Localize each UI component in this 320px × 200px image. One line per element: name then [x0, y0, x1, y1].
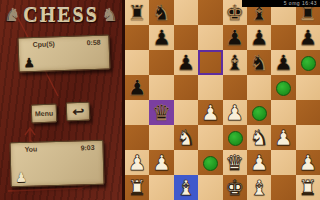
piece-black-pawn: ♟	[274, 51, 293, 75]
piece-black-pawn: ♟	[128, 76, 147, 100]
square-g7[interactable]	[271, 25, 295, 50]
square-b5[interactable]	[149, 75, 173, 100]
cpu-player-panel: Cpu(5) 0:58 ♟	[17, 34, 110, 72]
square-a8[interactable]: ♜	[125, 0, 149, 25]
piece-black-bishop: ♝	[225, 51, 244, 75]
square-f5[interactable]	[247, 75, 271, 100]
square-d3[interactable]	[198, 125, 222, 150]
square-a5[interactable]: ♟	[125, 75, 149, 100]
square-f3[interactable]: ♞	[247, 125, 271, 150]
knight-right-icon: ♞	[102, 6, 118, 24]
square-f2[interactable]: ♟	[247, 150, 271, 175]
piece-white-pawn: ♟	[250, 151, 269, 175]
square-e4[interactable]: ♟	[223, 100, 247, 125]
piece-white-king: ♚	[225, 176, 244, 200]
chess-board: ♜♞♚♝♜♟♟♟♟♟♝♞♟♟♛♟♟♞♞♟♟♟♛♟♟♜♝♚♝♜	[122, 0, 320, 200]
piece-white-knight: ♞	[250, 126, 269, 150]
square-b3[interactable]	[149, 125, 173, 150]
square-h1[interactable]: ♜	[296, 175, 320, 200]
legal-move-dot	[276, 81, 291, 96]
legal-move-dot	[252, 106, 267, 121]
square-b7[interactable]: ♟	[149, 25, 173, 50]
title-bar: ♞ CHESS ♞	[0, 2, 122, 28]
square-d5[interactable]	[198, 75, 222, 100]
legal-move-dot	[301, 56, 316, 71]
square-e7[interactable]: ♟	[223, 25, 247, 50]
square-h5[interactable]	[296, 75, 320, 100]
legal-move-dot	[228, 131, 243, 146]
square-b2[interactable]: ♟	[149, 150, 173, 175]
square-g4[interactable]	[271, 100, 295, 125]
app-window: ♞ CHESS ♞ Cpu(5) 0:58 ♟ Menu ↩ You 9:03 …	[0, 0, 320, 200]
cpu-player-time: 0:58	[86, 39, 100, 46]
square-a3[interactable]	[125, 125, 149, 150]
square-a6[interactable]	[125, 50, 149, 75]
cpu-player-name: Cpu(5)	[33, 40, 55, 48]
square-b4[interactable]: ♛	[149, 100, 173, 125]
piece-black-rook: ♜	[128, 1, 147, 25]
square-b8[interactable]: ♞	[149, 0, 173, 25]
piece-white-pawn: ♟	[274, 126, 293, 150]
piece-white-knight: ♞	[177, 126, 196, 150]
square-h2[interactable]: ♟	[296, 150, 320, 175]
square-g2[interactable]	[271, 150, 295, 175]
square-d4[interactable]: ♟	[198, 100, 222, 125]
square-c4[interactable]	[174, 100, 198, 125]
square-h3[interactable]	[296, 125, 320, 150]
square-g3[interactable]: ♟	[271, 125, 295, 150]
square-f1[interactable]: ♝	[247, 175, 271, 200]
menu-button-label: Menu	[35, 110, 54, 118]
piece-white-pawn: ♟	[225, 101, 244, 125]
square-d2[interactable]	[198, 150, 222, 175]
piece-black-knight: ♞	[250, 51, 269, 75]
piece-white-queen: ♛	[225, 151, 244, 175]
square-d1[interactable]	[198, 175, 222, 200]
square-h4[interactable]	[296, 100, 320, 125]
piece-black-pawn: ♟	[152, 26, 171, 50]
piece-black-pawn: ♟	[250, 26, 269, 50]
square-e1[interactable]: ♚	[223, 175, 247, 200]
square-g1[interactable]	[271, 175, 295, 200]
square-d8[interactable]	[198, 0, 222, 25]
square-f6[interactable]: ♞	[247, 50, 271, 75]
android-status-bar: 5 omg 16:43	[242, 0, 320, 7]
black-pawn-icon: ♟	[23, 56, 35, 69]
square-a4[interactable]	[125, 100, 149, 125]
piece-black-pawn: ♟	[298, 26, 317, 50]
piece-white-pawn: ♟	[201, 101, 220, 125]
square-c8[interactable]	[174, 0, 198, 25]
square-c5[interactable]	[174, 75, 198, 100]
square-f7[interactable]: ♟	[247, 25, 271, 50]
square-e5[interactable]	[223, 75, 247, 100]
square-c3[interactable]: ♞	[174, 125, 198, 150]
square-b6[interactable]	[149, 50, 173, 75]
you-player-name: You	[25, 146, 38, 153]
square-c2[interactable]	[174, 150, 198, 175]
piece-black-knight: ♞	[152, 1, 171, 25]
piece-white-pawn: ♟	[152, 151, 171, 175]
piece-black-pawn: ♟	[177, 51, 196, 75]
square-c7[interactable]	[174, 25, 198, 50]
undo-arrow-icon: ↩	[71, 104, 84, 119]
menu-button[interactable]: Menu	[31, 104, 58, 124]
square-e3[interactable]	[223, 125, 247, 150]
square-a1[interactable]: ♜	[125, 175, 149, 200]
undo-button[interactable]: ↩	[66, 102, 91, 122]
piece-white-pawn: ♟	[298, 151, 317, 175]
app-title: CHESS	[23, 4, 99, 27]
square-c1[interactable]: ♝	[174, 175, 198, 200]
piece-white-rook: ♜	[298, 176, 317, 200]
legal-move-dot	[203, 156, 218, 171]
piece-white-bishop: ♝	[177, 176, 196, 200]
piece-black-pawn: ♟	[225, 26, 244, 50]
square-a7[interactable]	[125, 25, 149, 50]
square-c6[interactable]: ♟	[174, 50, 198, 75]
square-f4[interactable]	[247, 100, 271, 125]
square-h7[interactable]: ♟	[296, 25, 320, 50]
square-d6[interactable]	[198, 50, 222, 75]
you-player-panel: You 9:03 ♟	[9, 140, 104, 187]
white-pawn-icon: ♟	[15, 171, 27, 184]
square-e6[interactable]: ♝	[223, 50, 247, 75]
knight-left-icon: ♞	[4, 6, 20, 24]
square-h6[interactable]	[296, 50, 320, 75]
square-g6[interactable]: ♟	[271, 50, 295, 75]
square-g5[interactable]	[271, 75, 295, 100]
you-player-time: 9:03	[80, 144, 94, 151]
square-d7[interactable]	[198, 25, 222, 50]
square-a2[interactable]: ♟	[125, 150, 149, 175]
square-e2[interactable]: ♛	[223, 150, 247, 175]
piece-white-rook: ♜	[128, 176, 147, 200]
piece-white-pawn: ♟	[128, 151, 147, 175]
piece-black-queen: ♛	[152, 101, 171, 125]
square-b1[interactable]	[149, 175, 173, 200]
piece-white-bishop: ♝	[250, 176, 269, 200]
